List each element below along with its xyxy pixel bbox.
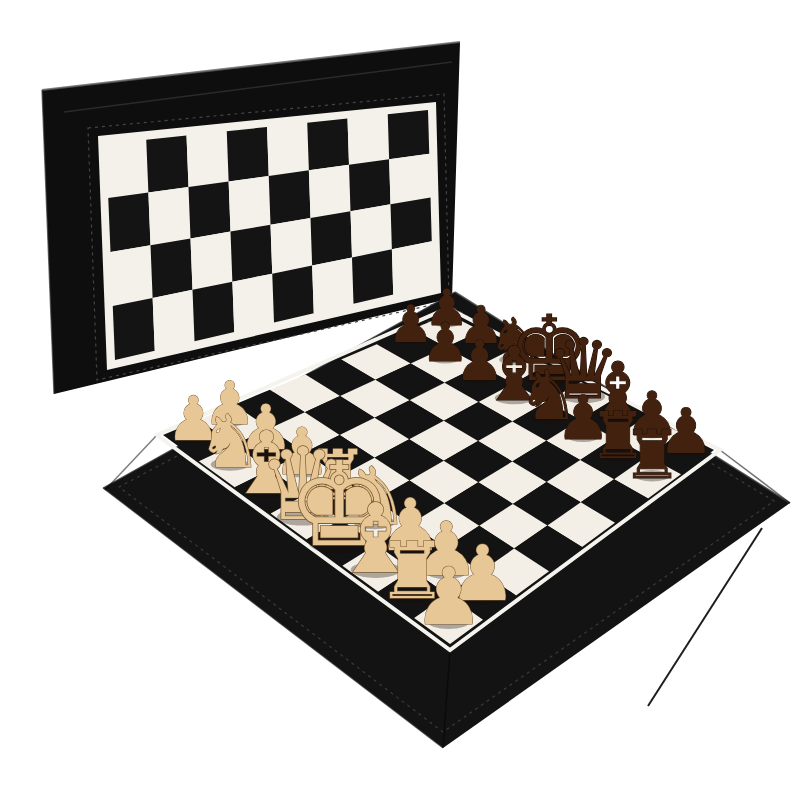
box-checker-cell xyxy=(111,245,153,306)
box-checker-cell xyxy=(193,282,235,342)
box-checker-cell xyxy=(272,266,314,323)
box-checker-cell xyxy=(389,154,430,205)
box-checker-cell xyxy=(309,165,351,218)
box-checker-cell xyxy=(348,114,390,165)
scene-canvas: ♟♟♟♟♞♚♟♛♝♝♞♟♟♟♟♟♟♜♞♟♜♝♜♛♞♚♟♝♟♜♟♟ xyxy=(0,0,800,800)
box-checker-cell xyxy=(232,274,274,332)
box-checker-cell xyxy=(113,298,155,360)
box-checker-cell xyxy=(349,159,391,211)
piece-dark-rook-h7: ♜ xyxy=(622,416,682,494)
chess-set-photo: ♟♟♟♟♞♚♟♛♝♝♞♟♟♟♟♟♟♜♞♟♜♝♜♛♞♚♟♝♟♜♟♟ xyxy=(0,0,800,800)
box-checker-cell xyxy=(148,187,190,245)
piece-light-pawn-h1: ♟ xyxy=(413,551,484,643)
box-checker-cell xyxy=(153,290,195,351)
box-checker-cell xyxy=(391,198,432,250)
box-checker-cell xyxy=(311,211,353,265)
box-checker-cell xyxy=(191,232,233,290)
box-checker-cell xyxy=(351,204,392,257)
box-checker-cell xyxy=(106,140,148,198)
box-checker-cell xyxy=(108,192,150,252)
storage-box-checkers xyxy=(106,110,433,360)
box-checker-cell xyxy=(269,170,311,224)
box-checker-cell xyxy=(187,131,229,187)
box-checker-cell xyxy=(307,119,349,171)
box-checker-cell xyxy=(229,176,271,232)
box-checker-cell xyxy=(146,136,188,193)
box-checker-cell xyxy=(227,127,269,181)
box-checker-cell xyxy=(189,181,231,238)
box-checker-cell xyxy=(271,218,313,274)
box-checker-cell xyxy=(388,110,430,159)
box-checker-cell xyxy=(312,257,353,313)
box-checker-cell xyxy=(267,123,309,176)
box-checker-cell xyxy=(231,225,273,282)
box-checker-cell xyxy=(151,238,193,298)
